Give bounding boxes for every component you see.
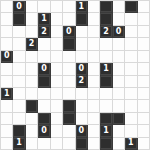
cell-r8c9[interactable] xyxy=(100,88,112,100)
cell-r3c6[interactable]: 0 xyxy=(63,26,75,38)
cell-r6c8[interactable] xyxy=(88,63,100,75)
cell-r4c10[interactable] xyxy=(113,38,125,50)
cell-r3c3[interactable] xyxy=(26,26,38,38)
cell-r8c12[interactable] xyxy=(138,88,150,100)
cell-r6c2[interactable] xyxy=(13,63,25,75)
cell-r6c6[interactable] xyxy=(63,63,75,75)
cell-r7c3[interactable] xyxy=(26,76,38,88)
cell-r4c4[interactable] xyxy=(38,38,50,50)
cell-r8c11[interactable] xyxy=(125,88,137,100)
cell-r8c10[interactable] xyxy=(113,88,125,100)
cell-r11c2[interactable] xyxy=(13,125,25,137)
cell-r12c7[interactable] xyxy=(76,138,88,150)
cell-r3c5[interactable] xyxy=(51,26,63,38)
cell-r6c1[interactable] xyxy=(1,63,13,75)
cell-r4c6[interactable] xyxy=(63,38,75,50)
cell-r9c3[interactable] xyxy=(26,100,38,112)
cell-r9c12[interactable] xyxy=(138,100,150,112)
cell-r11c1[interactable] xyxy=(1,125,13,137)
cell-r5c5[interactable] xyxy=(51,51,63,63)
cell-r7c4[interactable] xyxy=(38,76,50,88)
cell-r11c8[interactable] xyxy=(88,125,100,137)
cell-r10c12[interactable] xyxy=(138,113,150,125)
cell-r12c11[interactable]: 1 xyxy=(125,138,137,150)
cell-r1c6[interactable] xyxy=(63,1,75,13)
cell-r8c5[interactable] xyxy=(51,88,63,100)
cell-r10c6[interactable] xyxy=(63,113,75,125)
cell-r9c11[interactable] xyxy=(125,100,137,112)
cell-r4c3[interactable]: 2 xyxy=(26,38,38,50)
cell-r2c1[interactable] xyxy=(1,13,13,25)
cell-r11c4[interactable]: 0 xyxy=(38,125,50,137)
cell-r4c5[interactable] xyxy=(51,38,63,50)
cell-r4c2[interactable] xyxy=(13,38,25,50)
cell-r8c6[interactable] xyxy=(63,88,75,100)
cell-r2c4[interactable]: 1 xyxy=(38,13,50,25)
cell-r5c11[interactable] xyxy=(125,51,137,63)
cell-r4c11[interactable] xyxy=(125,38,137,50)
cell-r2c3[interactable] xyxy=(26,13,38,25)
cell-r5c6[interactable] xyxy=(63,51,75,63)
cell-r2c10[interactable] xyxy=(113,13,125,25)
cell-r11c11[interactable] xyxy=(125,125,137,137)
cell-r9c6[interactable] xyxy=(63,100,75,112)
cell-r10c2[interactable] xyxy=(13,113,25,125)
cell-r1c7[interactable]: 1 xyxy=(76,1,88,13)
cell-r1c10[interactable] xyxy=(113,1,125,13)
cell-r9c5[interactable] xyxy=(51,100,63,112)
cell-r12c6[interactable] xyxy=(63,138,75,150)
cell-r7c9[interactable] xyxy=(100,76,112,88)
cell-r9c8[interactable] xyxy=(88,100,100,112)
cell-r9c7[interactable] xyxy=(76,100,88,112)
cell-r3c1[interactable] xyxy=(1,26,13,38)
cell-r1c4[interactable] xyxy=(38,1,50,13)
cell-r1c1[interactable] xyxy=(1,1,13,13)
cell-r10c3[interactable] xyxy=(26,113,38,125)
cell-r3c8[interactable] xyxy=(88,26,100,38)
cell-r11c7[interactable]: 0 xyxy=(76,125,88,137)
cell-r5c7[interactable] xyxy=(76,51,88,63)
cell-r5c4[interactable] xyxy=(38,51,50,63)
cell-r3c11[interactable] xyxy=(125,26,137,38)
cell-r8c2[interactable] xyxy=(13,88,25,100)
cell-r2c11[interactable] xyxy=(125,13,137,25)
cell-r4c1[interactable] xyxy=(1,38,13,50)
cell-r7c8[interactable] xyxy=(88,76,100,88)
cell-r5c8[interactable] xyxy=(88,51,100,63)
cell-r2c8[interactable] xyxy=(88,13,100,25)
cell-r2c5[interactable] xyxy=(51,13,63,25)
cell-r12c5[interactable] xyxy=(51,138,63,150)
cell-r10c1[interactable] xyxy=(1,113,13,125)
cell-r2c2[interactable] xyxy=(13,13,25,25)
cell-r10c8[interactable] xyxy=(88,113,100,125)
cell-r8c3[interactable] xyxy=(26,88,38,100)
cell-r11c9[interactable]: 1 xyxy=(100,125,112,137)
cell-r8c7[interactable] xyxy=(76,88,88,100)
cell-r8c1[interactable]: 1 xyxy=(1,88,13,100)
cell-r8c8[interactable] xyxy=(88,88,100,100)
cell-r2c7[interactable] xyxy=(76,13,88,25)
cell-r12c10[interactable] xyxy=(113,138,125,150)
cell-r9c2[interactable] xyxy=(13,100,25,112)
cell-r11c12[interactable] xyxy=(138,125,150,137)
cell-r3c10[interactable]: 0 xyxy=(113,26,125,38)
cell-r3c7[interactable] xyxy=(76,26,88,38)
cell-r4c8[interactable] xyxy=(88,38,100,50)
cell-r10c9[interactable] xyxy=(100,113,112,125)
cell-r11c6[interactable] xyxy=(63,125,75,137)
cell-r10c11[interactable] xyxy=(125,113,137,125)
cell-r4c12[interactable] xyxy=(138,38,150,50)
cell-r10c4[interactable] xyxy=(38,113,50,125)
cell-r7c11[interactable] xyxy=(125,76,137,88)
cell-r5c1[interactable]: 0 xyxy=(1,51,13,63)
cell-r6c7[interactable]: 0 xyxy=(76,63,88,75)
cell-r10c5[interactable] xyxy=(51,113,63,125)
cell-r1c8[interactable] xyxy=(88,1,100,13)
cell-r3c4[interactable]: 2 xyxy=(38,26,50,38)
cell-r6c9[interactable]: 1 xyxy=(100,63,112,75)
cell-r1c3[interactable] xyxy=(26,1,38,13)
cell-r12c8[interactable] xyxy=(88,138,100,150)
cell-r12c1[interactable] xyxy=(1,138,13,150)
cell-r5c10[interactable] xyxy=(113,51,125,63)
cell-r3c2[interactable] xyxy=(13,26,25,38)
puzzle-board: 0112020200012100111 xyxy=(0,0,150,150)
cell-r7c10[interactable] xyxy=(113,76,125,88)
cell-r7c7[interactable]: 2 xyxy=(76,76,88,88)
cell-r10c10[interactable] xyxy=(113,113,125,125)
cell-r6c12[interactable] xyxy=(138,63,150,75)
cell-r2c6[interactable] xyxy=(63,13,75,25)
cell-r12c3[interactable] xyxy=(26,138,38,150)
cell-r6c11[interactable] xyxy=(125,63,137,75)
cell-r1c5[interactable] xyxy=(51,1,63,13)
cell-r11c10[interactable] xyxy=(113,125,125,137)
cell-r1c11[interactable] xyxy=(125,1,137,13)
cell-r11c5[interactable] xyxy=(51,125,63,137)
cell-r12c2[interactable]: 1 xyxy=(13,138,25,150)
cell-r12c12[interactable] xyxy=(138,138,150,150)
cell-r6c10[interactable] xyxy=(113,63,125,75)
cell-r1c12[interactable] xyxy=(138,1,150,13)
cell-r6c3[interactable] xyxy=(26,63,38,75)
cell-r9c9[interactable] xyxy=(100,100,112,112)
cell-r2c12[interactable] xyxy=(138,13,150,25)
cell-r6c5[interactable] xyxy=(51,63,63,75)
cell-r9c4[interactable] xyxy=(38,100,50,112)
cell-r5c3[interactable] xyxy=(26,51,38,63)
cell-r9c10[interactable] xyxy=(113,100,125,112)
cell-r7c2[interactable] xyxy=(13,76,25,88)
cell-r11c3[interactable] xyxy=(26,125,38,137)
cell-r5c12[interactable] xyxy=(138,51,150,63)
cell-r4c9[interactable] xyxy=(100,38,112,50)
cell-r6c4[interactable]: 0 xyxy=(38,63,50,75)
cell-r9c1[interactable] xyxy=(1,100,13,112)
cell-r7c6[interactable] xyxy=(63,76,75,88)
cell-r1c2[interactable]: 0 xyxy=(13,1,25,13)
cell-r1c9[interactable] xyxy=(100,1,112,13)
cell-r12c4[interactable] xyxy=(38,138,50,150)
cell-r7c12[interactable] xyxy=(138,76,150,88)
cell-r5c2[interactable] xyxy=(13,51,25,63)
cell-r12c9[interactable] xyxy=(100,138,112,150)
cell-r8c4[interactable] xyxy=(38,88,50,100)
cell-r7c5[interactable] xyxy=(51,76,63,88)
cell-r3c12[interactable] xyxy=(138,26,150,38)
cell-r4c7[interactable] xyxy=(76,38,88,50)
cell-r2c9[interactable] xyxy=(100,13,112,25)
cell-r3c9[interactable]: 2 xyxy=(100,26,112,38)
cell-r7c1[interactable] xyxy=(1,76,13,88)
cell-r10c7[interactable] xyxy=(76,113,88,125)
cell-r5c9[interactable] xyxy=(100,51,112,63)
